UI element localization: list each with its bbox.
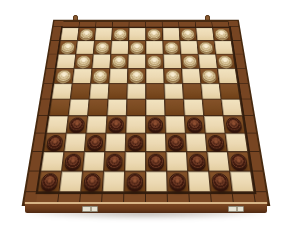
square-r4c8 [182, 69, 201, 84]
light-piece[interactable] [165, 42, 179, 53]
square-r6c2 [69, 99, 90, 116]
square-12[interactable] [110, 54, 128, 68]
dark-piece[interactable] [69, 118, 86, 132]
square-r9c1 [41, 152, 64, 172]
square-r3c3 [92, 54, 111, 68]
light-piece[interactable] [76, 56, 91, 67]
board-grid [38, 28, 254, 192]
board-scene [24, 0, 268, 204]
square-r7c7 [165, 116, 185, 133]
square-31[interactable] [66, 116, 87, 133]
light-piece[interactable] [183, 56, 198, 67]
square-37[interactable] [85, 133, 107, 151]
square-19[interactable] [164, 69, 183, 84]
square-r8c10 [226, 133, 249, 151]
square-r8c2 [64, 133, 86, 151]
square-2[interactable] [112, 28, 129, 41]
square-r3c9 [199, 54, 218, 68]
square-r1c3 [95, 28, 113, 41]
board-frame-back [53, 21, 238, 28]
square-r9c5 [125, 152, 146, 172]
square-34[interactable] [185, 116, 206, 133]
square-r7c1 [47, 116, 69, 133]
square-r1c1 [61, 28, 80, 41]
square-4[interactable] [179, 28, 197, 41]
dark-piece[interactable] [148, 118, 163, 132]
square-44[interactable] [187, 152, 209, 172]
square-20[interactable] [200, 69, 220, 84]
square-41[interactable] [62, 152, 85, 172]
square-r9c7 [166, 152, 188, 172]
square-9[interactable] [163, 41, 181, 55]
square-r7c9 [204, 116, 225, 133]
square-30[interactable] [203, 99, 224, 116]
square-r10c8 [188, 171, 211, 192]
square-r2c8 [180, 41, 198, 55]
dark-piece[interactable] [83, 173, 101, 189]
square-r6c8 [184, 99, 204, 116]
square-18[interactable] [128, 69, 146, 84]
product-photo [0, 0, 286, 240]
square-r10c10 [230, 171, 254, 192]
square-26[interactable] [49, 99, 70, 116]
dark-piece[interactable] [230, 154, 248, 169]
light-piece[interactable] [218, 56, 233, 67]
light-piece[interactable] [60, 42, 75, 53]
square-15[interactable] [216, 54, 236, 68]
light-piece[interactable] [79, 29, 93, 39]
square-r2c2 [76, 41, 95, 55]
square-50[interactable] [209, 171, 233, 192]
dark-piece[interactable] [189, 154, 206, 169]
square-7[interactable] [93, 41, 111, 55]
square-27[interactable] [88, 99, 108, 116]
square-r1c7 [163, 28, 180, 41]
light-piece[interactable] [148, 29, 161, 39]
square-39[interactable] [166, 133, 187, 151]
square-r2c4 [111, 41, 129, 55]
square-r9c9 [207, 152, 230, 172]
light-piece[interactable] [202, 70, 217, 82]
square-10[interactable] [197, 41, 216, 55]
box-front-edge [25, 202, 267, 213]
square-46[interactable] [38, 171, 62, 192]
square-r3c1 [56, 54, 76, 68]
square-r5c3 [89, 84, 109, 100]
square-24[interactable] [183, 84, 203, 100]
square-r4c4 [109, 69, 128, 84]
dark-piece[interactable] [106, 154, 123, 169]
square-32[interactable] [106, 116, 126, 133]
square-29[interactable] [165, 99, 185, 116]
square-r5c1 [52, 84, 73, 100]
dark-piece[interactable] [127, 135, 143, 149]
square-17[interactable] [91, 69, 110, 84]
square-6[interactable] [58, 41, 77, 55]
square-r7c3 [86, 116, 107, 133]
dark-piece[interactable] [168, 135, 184, 149]
square-r8c4 [105, 133, 126, 151]
square-r10c2 [59, 171, 83, 192]
square-r4c6 [146, 69, 164, 84]
square-5[interactable] [213, 28, 232, 41]
square-r5c7 [164, 84, 183, 100]
square-25[interactable] [220, 84, 241, 100]
square-43[interactable] [146, 152, 167, 172]
light-piece[interactable] [113, 29, 127, 39]
square-r5c5 [127, 84, 146, 100]
light-piece[interactable] [95, 42, 109, 53]
square-r2c10 [214, 41, 233, 55]
square-r4c10 [218, 69, 238, 84]
square-r5c9 [201, 84, 221, 100]
square-23[interactable] [146, 84, 165, 100]
dark-piece[interactable] [40, 173, 59, 189]
square-21[interactable] [71, 84, 91, 100]
square-13[interactable] [146, 54, 164, 68]
dark-piece[interactable] [148, 154, 164, 169]
square-11[interactable] [74, 54, 93, 68]
square-r8c8 [186, 133, 208, 151]
dark-piece[interactable] [187, 118, 203, 132]
square-45[interactable] [228, 152, 251, 172]
light-piece[interactable] [93, 70, 108, 82]
square-49[interactable] [167, 171, 189, 192]
square-14[interactable] [181, 54, 200, 68]
square-36[interactable] [44, 133, 67, 151]
square-42[interactable] [104, 152, 126, 172]
square-r10c6 [146, 171, 168, 192]
square-r6c10 [221, 99, 242, 116]
dark-piece[interactable] [126, 173, 143, 189]
light-piece[interactable] [214, 29, 228, 39]
square-r3c7 [164, 54, 182, 68]
dark-piece[interactable] [64, 154, 82, 169]
square-35[interactable] [223, 116, 245, 133]
light-piece[interactable] [129, 70, 143, 82]
light-piece[interactable] [181, 29, 195, 39]
square-8[interactable] [128, 41, 146, 55]
square-r1c9 [196, 28, 214, 41]
square-3[interactable] [146, 28, 163, 41]
square-r6c6 [146, 99, 165, 116]
dark-piece[interactable] [169, 173, 186, 189]
square-33[interactable] [146, 116, 166, 133]
light-piece[interactable] [130, 42, 144, 53]
hinge-right-icon [228, 206, 244, 212]
dark-piece[interactable] [211, 173, 229, 189]
square-22[interactable] [108, 84, 127, 100]
square-48[interactable] [124, 171, 146, 192]
draughts-board [24, 21, 268, 204]
square-r7c5 [126, 116, 146, 133]
dark-piece[interactable] [208, 135, 225, 149]
square-r1c5 [129, 28, 146, 41]
square-r6c4 [107, 99, 127, 116]
square-28[interactable] [127, 99, 146, 116]
square-40[interactable] [206, 133, 228, 151]
dark-piece[interactable] [87, 135, 104, 149]
light-piece[interactable] [56, 70, 72, 82]
dark-piece[interactable] [46, 135, 64, 149]
square-16[interactable] [54, 69, 74, 84]
hinge-left-icon [82, 206, 98, 212]
square-1[interactable] [78, 28, 96, 41]
light-piece[interactable] [199, 42, 213, 53]
square-r10c4 [103, 171, 125, 192]
square-r8c6 [146, 133, 166, 151]
square-r9c3 [83, 152, 105, 172]
light-piece[interactable] [166, 70, 181, 82]
light-piece[interactable] [148, 56, 162, 67]
square-38[interactable] [126, 133, 146, 151]
dark-piece[interactable] [108, 118, 124, 132]
light-piece[interactable] [112, 56, 126, 67]
square-47[interactable] [81, 171, 104, 192]
square-r3c5 [128, 54, 146, 68]
square-r2c6 [146, 41, 164, 55]
square-r4c2 [72, 69, 92, 84]
dark-piece[interactable] [225, 118, 242, 132]
